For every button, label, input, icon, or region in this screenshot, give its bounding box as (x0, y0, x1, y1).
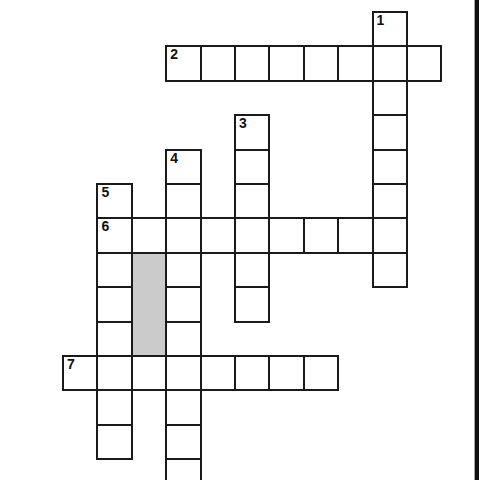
clue-number-2: 2 (170, 47, 178, 61)
cell-r3c9[interactable] (372, 114, 408, 150)
screen-right-edge-bar (474, 0, 479, 480)
cell-r4c5[interactable] (234, 149, 270, 185)
cell-r9c3[interactable] (165, 321, 201, 357)
cell-r11c3[interactable] (165, 389, 201, 425)
cell-r6c7[interactable] (303, 217, 339, 253)
cell-r11c1[interactable] (96, 389, 132, 425)
cell-r10c3[interactable] (165, 355, 201, 391)
cell-r8c5[interactable] (234, 286, 270, 322)
cell-r12c3[interactable] (165, 424, 201, 460)
cell-r8c1[interactable] (96, 286, 132, 322)
cell-r4c9[interactable] (372, 149, 408, 185)
clue-number-5: 5 (101, 185, 109, 199)
cell-r6c3[interactable] (165, 217, 201, 253)
shaded-block (131, 252, 167, 357)
cell-r10c6[interactable] (268, 355, 304, 391)
cell-r6c6[interactable] (268, 217, 304, 253)
cell-r3c5[interactable]: 3 (234, 114, 270, 150)
cell-r10c1[interactable] (96, 355, 132, 391)
cell-r1c7[interactable] (303, 45, 339, 81)
cell-r1c6[interactable] (268, 45, 304, 81)
crossword-screenshot: 1234567 (0, 0, 479, 480)
cell-r1c4[interactable] (200, 45, 236, 81)
clue-number-3: 3 (239, 116, 247, 130)
cell-r7c3[interactable] (165, 252, 201, 288)
cell-r1c9[interactable] (372, 45, 408, 81)
cell-r7c5[interactable] (234, 252, 270, 288)
cell-r7c9[interactable] (372, 252, 408, 288)
cell-r1c3[interactable]: 2 (165, 45, 201, 81)
cell-r10c2[interactable] (131, 355, 167, 391)
clue-number-7: 7 (67, 357, 75, 371)
clue-number-1: 1 (377, 13, 385, 27)
cell-r9c1[interactable] (96, 321, 132, 357)
cell-r6c9[interactable] (372, 217, 408, 253)
cell-r5c9[interactable] (372, 183, 408, 219)
cell-r6c1[interactable]: 6 (96, 217, 132, 253)
crossword-board: 1234567 (0, 0, 479, 480)
cell-r8c3[interactable] (165, 286, 201, 322)
clue-number-4: 4 (170, 151, 178, 165)
cell-r1c10[interactable] (406, 45, 442, 81)
cell-r6c8[interactable] (337, 217, 373, 253)
cell-r6c5[interactable] (234, 217, 270, 253)
cell-r10c7[interactable] (303, 355, 339, 391)
cell-r5c1[interactable]: 5 (96, 183, 132, 219)
cell-r5c3[interactable] (165, 183, 201, 219)
cell-r6c2[interactable] (131, 217, 167, 253)
cell-r1c8[interactable] (337, 45, 373, 81)
cell-r10c4[interactable] (200, 355, 236, 391)
clue-number-6: 6 (101, 219, 109, 233)
cell-r12c1[interactable] (96, 424, 132, 460)
cell-r7c1[interactable] (96, 252, 132, 288)
cell-r5c5[interactable] (234, 183, 270, 219)
cell-r6c4[interactable] (200, 217, 236, 253)
cell-r4c3[interactable]: 4 (165, 149, 201, 185)
cell-r10c5[interactable] (234, 355, 270, 391)
cell-r10c0[interactable]: 7 (62, 355, 98, 391)
cell-r13c3[interactable] (165, 458, 201, 480)
cell-r2c9[interactable] (372, 80, 408, 116)
cell-r1c5[interactable] (234, 45, 270, 81)
cell-r0c9[interactable]: 1 (372, 11, 408, 47)
